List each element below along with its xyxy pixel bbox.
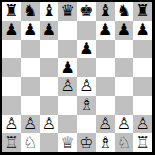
- piece-black-bishop[interactable]: ♝: [42, 3, 56, 19]
- square-h1[interactable]: ♖: [133, 133, 152, 152]
- square-e6[interactable]: ♟: [77, 40, 96, 59]
- square-h4[interactable]: [133, 77, 152, 96]
- square-d6[interactable]: [58, 40, 77, 59]
- piece-black-pawn[interactable]: ♟: [60, 60, 74, 76]
- piece-black-knight[interactable]: ♞: [23, 3, 37, 19]
- square-e8[interactable]: ♚: [77, 2, 96, 21]
- square-h2[interactable]: ♙: [133, 115, 152, 134]
- square-c8[interactable]: ♝: [40, 2, 59, 21]
- square-c2[interactable]: ♙: [40, 115, 59, 134]
- piece-black-king[interactable]: ♚: [79, 3, 93, 19]
- piece-white-pawn[interactable]: ♙: [117, 116, 131, 132]
- square-d2[interactable]: [58, 115, 77, 134]
- piece-white-pawn[interactable]: ♙: [60, 78, 74, 94]
- square-a7[interactable]: ♟: [2, 21, 21, 40]
- piece-black-bishop[interactable]: ♝: [98, 3, 112, 19]
- square-h6[interactable]: [133, 40, 152, 59]
- piece-black-pawn[interactable]: ♟: [79, 41, 93, 57]
- piece-black-pawn[interactable]: ♟: [135, 22, 149, 38]
- square-e4[interactable]: ♙: [77, 77, 96, 96]
- square-f8[interactable]: ♝: [96, 2, 115, 21]
- piece-black-pawn[interactable]: ♟: [42, 22, 56, 38]
- square-f5[interactable]: [96, 58, 115, 77]
- square-b8[interactable]: ♞: [21, 2, 40, 21]
- square-c1[interactable]: [40, 133, 59, 152]
- square-b7[interactable]: ♟: [21, 21, 40, 40]
- square-g2[interactable]: ♙: [115, 115, 134, 134]
- square-g8[interactable]: ♞: [115, 2, 134, 21]
- piece-white-pawn[interactable]: ♙: [4, 116, 18, 132]
- square-b2[interactable]: ♙: [21, 115, 40, 134]
- square-e5[interactable]: [77, 58, 96, 77]
- square-h8[interactable]: ♜: [133, 2, 152, 21]
- piece-black-pawn[interactable]: ♟: [117, 22, 131, 38]
- piece-black-rook[interactable]: ♜: [4, 3, 18, 19]
- square-h3[interactable]: [133, 96, 152, 115]
- piece-black-queen[interactable]: ♛: [60, 3, 74, 19]
- square-c7[interactable]: ♟: [40, 21, 59, 40]
- piece-black-rook[interactable]: ♜: [135, 3, 149, 19]
- square-f3[interactable]: [96, 96, 115, 115]
- piece-white-queen[interactable]: ♕: [60, 135, 74, 151]
- square-d3[interactable]: [58, 96, 77, 115]
- square-d5[interactable]: ♟: [58, 58, 77, 77]
- piece-white-bishop[interactable]: ♗: [79, 97, 93, 113]
- square-g1[interactable]: ♘: [115, 133, 134, 152]
- square-a1[interactable]: ♖: [2, 133, 21, 152]
- square-a2[interactable]: ♙: [2, 115, 21, 134]
- chess-board: ♜♞♝♛♚♝♞♜♟♟♟♟♟♟♟♟♙♙♗♙♙♙♙♙♙♖♘♕♔♗♘♖: [0, 0, 155, 155]
- square-e3[interactable]: ♗: [77, 96, 96, 115]
- piece-white-rook[interactable]: ♖: [4, 135, 18, 151]
- square-c4[interactable]: [40, 77, 59, 96]
- square-h7[interactable]: ♟: [133, 21, 152, 40]
- square-g4[interactable]: [115, 77, 134, 96]
- square-a6[interactable]: [2, 40, 21, 59]
- square-a5[interactable]: [2, 58, 21, 77]
- square-g3[interactable]: [115, 96, 134, 115]
- piece-black-pawn[interactable]: ♟: [4, 22, 18, 38]
- piece-white-pawn[interactable]: ♙: [79, 78, 93, 94]
- square-f4[interactable]: [96, 77, 115, 96]
- square-f7[interactable]: ♟: [96, 21, 115, 40]
- square-a4[interactable]: [2, 77, 21, 96]
- piece-white-pawn[interactable]: ♙: [135, 116, 149, 132]
- square-a8[interactable]: ♜: [2, 2, 21, 21]
- square-e7[interactable]: [77, 21, 96, 40]
- square-b4[interactable]: [21, 77, 40, 96]
- square-d4[interactable]: ♙: [58, 77, 77, 96]
- square-h5[interactable]: [133, 58, 152, 77]
- piece-black-pawn[interactable]: ♟: [98, 22, 112, 38]
- square-b3[interactable]: [21, 96, 40, 115]
- piece-white-pawn[interactable]: ♙: [23, 116, 37, 132]
- square-d1[interactable]: ♕: [58, 133, 77, 152]
- square-f6[interactable]: [96, 40, 115, 59]
- piece-white-bishop[interactable]: ♗: [98, 135, 112, 151]
- piece-black-pawn[interactable]: ♟: [23, 22, 37, 38]
- square-g7[interactable]: ♟: [115, 21, 134, 40]
- piece-white-rook[interactable]: ♖: [135, 135, 149, 151]
- piece-white-knight[interactable]: ♘: [23, 135, 37, 151]
- piece-white-pawn[interactable]: ♙: [42, 116, 56, 132]
- piece-black-knight[interactable]: ♞: [117, 3, 131, 19]
- square-c6[interactable]: [40, 40, 59, 59]
- piece-white-pawn[interactable]: ♙: [98, 116, 112, 132]
- square-g6[interactable]: [115, 40, 134, 59]
- piece-white-king[interactable]: ♔: [79, 135, 93, 151]
- square-d7[interactable]: [58, 21, 77, 40]
- square-e1[interactable]: ♔: [77, 133, 96, 152]
- square-b1[interactable]: ♘: [21, 133, 40, 152]
- square-g5[interactable]: [115, 58, 134, 77]
- square-f2[interactable]: ♙: [96, 115, 115, 134]
- square-c3[interactable]: [40, 96, 59, 115]
- piece-white-knight[interactable]: ♘: [117, 135, 131, 151]
- square-b6[interactable]: [21, 40, 40, 59]
- square-b5[interactable]: [21, 58, 40, 77]
- square-c5[interactable]: [40, 58, 59, 77]
- square-d8[interactable]: ♛: [58, 2, 77, 21]
- square-e2[interactable]: [77, 115, 96, 134]
- square-a3[interactable]: [2, 96, 21, 115]
- square-f1[interactable]: ♗: [96, 133, 115, 152]
